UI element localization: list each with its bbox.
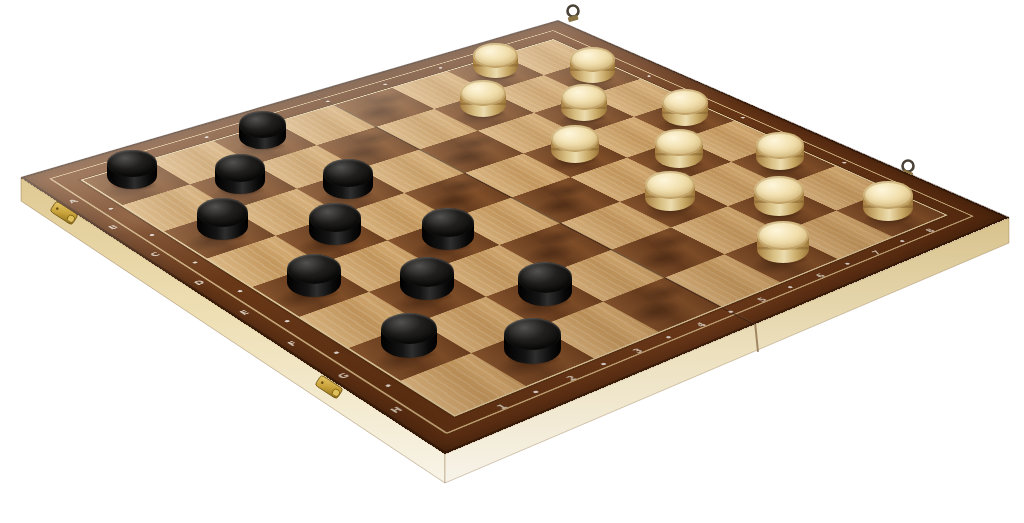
frame-letter-label: D xyxy=(192,279,206,286)
frame-letter-label: C xyxy=(148,251,161,257)
white-checker-f6r6[interactable] xyxy=(645,171,695,211)
checker-top xyxy=(518,262,572,292)
black-checker-f2r2[interactable] xyxy=(215,154,265,194)
frame-letter-label: G xyxy=(336,372,352,380)
white-checker-f8r8[interactable] xyxy=(863,181,913,221)
black-checker-f1r1[interactable] xyxy=(107,150,157,190)
checker-top xyxy=(239,111,287,138)
checker-top xyxy=(287,254,341,284)
black-checker-f3r7[interactable] xyxy=(518,262,572,305)
white-checker-f6r8[interactable] xyxy=(757,221,809,263)
white-checker-f7r1[interactable] xyxy=(473,43,517,78)
black-checker-f2r8[interactable] xyxy=(504,318,561,363)
black-checker-f3r3[interactable] xyxy=(323,159,373,199)
frame-letter-label: A xyxy=(66,198,79,204)
checker-top xyxy=(570,47,614,72)
checker-top xyxy=(473,43,517,68)
black-checker-f3r1[interactable] xyxy=(239,111,287,149)
black-checker-f1r7[interactable] xyxy=(381,313,437,358)
white-checker-f8r6[interactable] xyxy=(756,132,804,170)
checker-top xyxy=(460,80,506,106)
frame-letter-label: E xyxy=(238,309,251,316)
black-checker-f3r5[interactable] xyxy=(422,208,474,249)
checker-top xyxy=(215,154,265,182)
checker-top xyxy=(323,159,373,187)
board-scene: Checkers (Draughts) on a folding wooden … xyxy=(0,0,1024,523)
checker-top xyxy=(754,176,804,204)
black-checker-f1r5[interactable] xyxy=(287,254,341,297)
checker-top xyxy=(863,181,913,209)
checker-top xyxy=(756,132,804,159)
white-checker-f6r2[interactable] xyxy=(460,80,506,117)
checker-top xyxy=(645,171,695,199)
white-checker-f7r7[interactable] xyxy=(754,176,804,216)
checker-top xyxy=(422,208,474,237)
checker-top xyxy=(662,89,708,115)
frame-letter-label: H xyxy=(388,406,404,414)
checker-top xyxy=(107,150,157,178)
white-checker-f7r5[interactable] xyxy=(655,129,703,167)
hook-icon xyxy=(568,6,579,23)
white-checker-f8r4[interactable] xyxy=(662,89,708,126)
white-checker-f6r4[interactable] xyxy=(551,125,599,163)
checker-top xyxy=(551,125,599,152)
black-checker-f2r6[interactable] xyxy=(400,257,454,300)
black-checker-f1r3[interactable] xyxy=(197,198,249,239)
checker-top xyxy=(561,84,607,110)
frame-letter-label: F xyxy=(285,340,299,347)
white-checker-f7r3[interactable] xyxy=(561,84,607,121)
frame-letter-label: B xyxy=(107,224,120,230)
checker-top xyxy=(504,318,561,350)
white-checker-f8r2[interactable] xyxy=(570,47,614,83)
black-checker-f2r4[interactable] xyxy=(309,203,361,244)
